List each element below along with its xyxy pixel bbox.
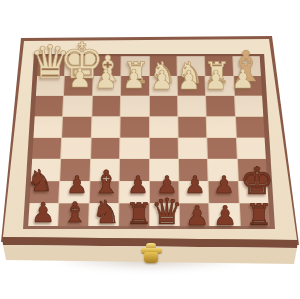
square[interactable] xyxy=(207,117,236,137)
light-pawn[interactable]: ♟ xyxy=(150,67,173,93)
dark-knight[interactable]: ♞ xyxy=(92,196,121,228)
dark-pawn[interactable]: ♟ xyxy=(184,173,206,197)
dark-pawn[interactable]: ♟ xyxy=(66,173,88,197)
square[interactable] xyxy=(149,96,177,116)
square[interactable] xyxy=(91,117,119,137)
dark-king[interactable]: ♚ xyxy=(240,162,274,200)
square[interactable] xyxy=(121,96,149,116)
square[interactable] xyxy=(206,96,234,116)
dark-pawn[interactable]: ♟ xyxy=(213,202,237,229)
square[interactable] xyxy=(149,117,177,137)
dark-pawn[interactable]: ♟ xyxy=(127,173,149,197)
light-pawn[interactable]: ♟ xyxy=(231,66,254,92)
light-pawn[interactable]: ♟ xyxy=(177,67,200,93)
light-pawn[interactable]: ♟ xyxy=(68,65,91,91)
square[interactable] xyxy=(208,138,237,159)
dark-knight[interactable]: ♞ xyxy=(27,166,54,196)
dark-pawn[interactable]: ♟ xyxy=(31,199,55,226)
square[interactable] xyxy=(62,138,91,159)
chess-set-product-photo: ♛♚♝♜♞♞♜♝♟♟♟♟♟♟♟♞♟♝♟♟♟♟♚♟♝♞♜♛♟♟♜ xyxy=(0,0,300,299)
dark-pawn[interactable]: ♟ xyxy=(213,173,235,197)
square[interactable] xyxy=(149,138,177,159)
dark-bishop[interactable]: ♝ xyxy=(62,199,87,227)
light-pawn[interactable]: ♟ xyxy=(94,66,117,92)
square[interactable] xyxy=(235,96,264,116)
square[interactable] xyxy=(237,138,266,159)
square[interactable] xyxy=(178,117,206,137)
square[interactable] xyxy=(120,138,148,159)
light-pawn[interactable]: ♟ xyxy=(204,67,227,93)
dark-rook[interactable]: ♜ xyxy=(246,200,273,230)
square[interactable] xyxy=(35,96,64,116)
brass-clasp-icon xyxy=(140,243,164,264)
square[interactable] xyxy=(62,117,91,137)
square[interactable] xyxy=(178,96,206,116)
square[interactable] xyxy=(120,117,148,137)
dark-queen[interactable]: ♛ xyxy=(151,194,183,230)
square[interactable] xyxy=(92,96,120,116)
clasp-hasp xyxy=(144,252,158,263)
square[interactable] xyxy=(236,117,265,137)
square[interactable] xyxy=(33,117,62,137)
square[interactable] xyxy=(178,138,207,159)
dark-pawn[interactable]: ♟ xyxy=(185,202,209,229)
square[interactable] xyxy=(63,96,91,116)
dark-rook[interactable]: ♜ xyxy=(126,199,153,229)
square[interactable] xyxy=(91,138,120,159)
square[interactable] xyxy=(32,138,61,159)
light-pawn[interactable]: ♟ xyxy=(122,66,145,92)
